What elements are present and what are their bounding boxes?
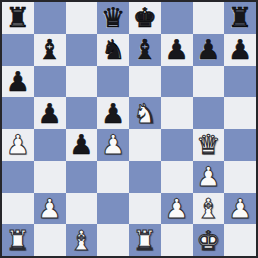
square-c6[interactable] xyxy=(66,66,98,98)
piece-white-king: ♚ xyxy=(196,225,220,256)
square-c5[interactable] xyxy=(66,97,98,129)
square-c7[interactable] xyxy=(66,34,98,66)
piece-white-pawn: ♟ xyxy=(196,161,220,192)
piece-black-bishop: ♝ xyxy=(133,34,157,65)
square-e3[interactable] xyxy=(129,161,161,193)
square-e5[interactable]: ♞ xyxy=(129,97,161,129)
piece-white-knight: ♞ xyxy=(133,98,157,129)
square-h6[interactable] xyxy=(224,66,256,98)
square-h7[interactable]: ♟ xyxy=(224,34,256,66)
square-d8[interactable]: ♛ xyxy=(97,2,129,34)
square-f7[interactable]: ♟ xyxy=(161,34,193,66)
square-f6[interactable] xyxy=(161,66,193,98)
piece-black-rook: ♜ xyxy=(228,2,252,33)
piece-white-queen: ♛ xyxy=(196,129,220,160)
square-d3[interactable] xyxy=(97,161,129,193)
square-g2[interactable]: ♝ xyxy=(193,193,225,225)
piece-white-rook: ♜ xyxy=(6,225,30,256)
square-a7[interactable] xyxy=(2,34,34,66)
piece-white-bishop: ♝ xyxy=(196,193,220,224)
square-b4[interactable] xyxy=(34,129,66,161)
square-f8[interactable] xyxy=(161,2,193,34)
piece-black-pawn: ♟ xyxy=(165,34,189,65)
piece-black-pawn: ♟ xyxy=(38,98,62,129)
square-f1[interactable] xyxy=(161,224,193,256)
square-e6[interactable] xyxy=(129,66,161,98)
square-b2[interactable]: ♟ xyxy=(34,193,66,225)
square-d4[interactable]: ♟ xyxy=(97,129,129,161)
square-d7[interactable]: ♞ xyxy=(97,34,129,66)
piece-black-pawn: ♟ xyxy=(101,98,125,129)
square-c3[interactable] xyxy=(66,161,98,193)
square-h3[interactable] xyxy=(224,161,256,193)
piece-black-pawn: ♟ xyxy=(228,34,252,65)
square-f5[interactable] xyxy=(161,97,193,129)
square-g8[interactable] xyxy=(193,2,225,34)
square-f2[interactable]: ♟ xyxy=(161,193,193,225)
piece-black-pawn: ♟ xyxy=(69,129,93,160)
square-g6[interactable] xyxy=(193,66,225,98)
square-f3[interactable] xyxy=(161,161,193,193)
square-e1[interactable]: ♜ xyxy=(129,224,161,256)
square-c1[interactable]: ♝ xyxy=(66,224,98,256)
square-g3[interactable]: ♟ xyxy=(193,161,225,193)
square-c8[interactable] xyxy=(66,2,98,34)
square-g5[interactable] xyxy=(193,97,225,129)
piece-black-queen: ♛ xyxy=(101,2,125,33)
square-b7[interactable]: ♝ xyxy=(34,34,66,66)
square-d6[interactable] xyxy=(97,66,129,98)
square-a4[interactable]: ♟ xyxy=(2,129,34,161)
square-c4[interactable]: ♟ xyxy=(66,129,98,161)
piece-black-knight: ♞ xyxy=(101,34,125,65)
square-e7[interactable]: ♝ xyxy=(129,34,161,66)
square-c2[interactable] xyxy=(66,193,98,225)
square-a2[interactable] xyxy=(2,193,34,225)
piece-black-bishop: ♝ xyxy=(38,34,62,65)
square-b5[interactable]: ♟ xyxy=(34,97,66,129)
square-d2[interactable] xyxy=(97,193,129,225)
square-g7[interactable]: ♟ xyxy=(193,34,225,66)
piece-white-rook: ♜ xyxy=(133,225,157,256)
square-e4[interactable] xyxy=(129,129,161,161)
piece-white-pawn: ♟ xyxy=(38,193,62,224)
square-a1[interactable]: ♜ xyxy=(2,224,34,256)
square-h4[interactable] xyxy=(224,129,256,161)
piece-white-bishop: ♝ xyxy=(69,225,93,256)
square-a6[interactable]: ♟ xyxy=(2,66,34,98)
piece-white-pawn: ♟ xyxy=(165,193,189,224)
piece-white-pawn: ♟ xyxy=(101,129,125,160)
chess-board: ♜♛♚♜♝♞♝♟♟♟♟♟♟♞♟♟♟♛♟♟♟♝♟♜♝♜♚ xyxy=(2,2,256,256)
square-a3[interactable] xyxy=(2,161,34,193)
square-e2[interactable] xyxy=(129,193,161,225)
square-h2[interactable]: ♟ xyxy=(224,193,256,225)
square-h8[interactable]: ♜ xyxy=(224,2,256,34)
square-h5[interactable] xyxy=(224,97,256,129)
piece-white-pawn: ♟ xyxy=(228,193,252,224)
piece-black-pawn: ♟ xyxy=(6,66,30,97)
square-e8[interactable]: ♚ xyxy=(129,2,161,34)
square-a8[interactable]: ♜ xyxy=(2,2,34,34)
square-g4[interactable]: ♛ xyxy=(193,129,225,161)
square-b1[interactable] xyxy=(34,224,66,256)
square-d5[interactable]: ♟ xyxy=(97,97,129,129)
square-g1[interactable]: ♚ xyxy=(193,224,225,256)
square-b6[interactable] xyxy=(34,66,66,98)
piece-white-pawn: ♟ xyxy=(6,129,30,160)
piece-black-rook: ♜ xyxy=(6,2,30,33)
square-a5[interactable] xyxy=(2,97,34,129)
piece-black-pawn: ♟ xyxy=(196,34,220,65)
square-b8[interactable] xyxy=(34,2,66,34)
square-b3[interactable] xyxy=(34,161,66,193)
square-d1[interactable] xyxy=(97,224,129,256)
square-f4[interactable] xyxy=(161,129,193,161)
chess-board-frame: ♜♛♚♜♝♞♝♟♟♟♟♟♟♞♟♟♟♛♟♟♟♝♟♜♝♜♚ xyxy=(0,0,258,258)
piece-black-king: ♚ xyxy=(133,2,157,33)
square-h1[interactable] xyxy=(224,224,256,256)
